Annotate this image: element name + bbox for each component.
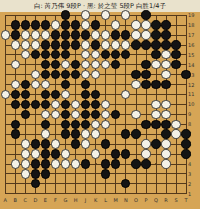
black-stone <box>41 90 50 99</box>
black-stone <box>81 120 90 129</box>
black-stone <box>111 50 120 59</box>
white-stone <box>31 70 40 79</box>
black-stone <box>111 149 120 158</box>
col-label: E <box>41 197 49 203</box>
go-game-viewer: 白: 芮乃伟 9段P · 黑: 於之莹 5段P 白胜1/4子 19A18B17C… <box>0 0 200 209</box>
black-stone <box>71 129 80 138</box>
black-stone <box>171 60 180 69</box>
white-stone <box>131 110 140 119</box>
black-stone <box>61 40 70 49</box>
black-stone <box>41 169 50 178</box>
black-stone <box>41 20 50 29</box>
black-stone <box>171 40 180 49</box>
black-stone <box>111 60 120 69</box>
black-stone <box>71 40 80 49</box>
black-stone <box>11 90 20 99</box>
row-label: 16 <box>188 42 200 48</box>
white-stone <box>41 110 50 119</box>
black-stone <box>161 20 170 29</box>
col-label: L <box>102 197 110 203</box>
white-stone <box>11 159 20 168</box>
black-stone <box>31 100 40 109</box>
black-stone <box>121 179 130 188</box>
white-stone <box>51 100 60 109</box>
black-stone <box>71 60 80 69</box>
white-stone <box>31 149 40 158</box>
star-point <box>95 163 97 165</box>
black-stone <box>71 139 80 148</box>
white-stone <box>101 100 110 109</box>
black-stone <box>121 129 130 138</box>
black-stone <box>21 90 30 99</box>
col-label: K <box>92 197 100 203</box>
white-stone <box>171 129 180 138</box>
black-stone <box>121 50 130 59</box>
white-stone <box>101 40 110 49</box>
black-stone <box>111 110 120 119</box>
white-stone <box>81 129 90 138</box>
black-stone <box>61 30 70 39</box>
white-stone <box>141 149 150 158</box>
black-stone <box>31 169 40 178</box>
black-stone <box>41 40 50 49</box>
black-stone <box>11 129 20 138</box>
row-label: 9 <box>188 111 200 117</box>
black-stone <box>61 10 70 19</box>
col-label: A <box>1 197 9 203</box>
white-stone <box>111 40 120 49</box>
black-stone <box>11 20 20 29</box>
black-stone <box>101 139 110 148</box>
black-stone <box>31 159 40 168</box>
white-stone <box>51 20 60 29</box>
white-stone <box>141 30 150 39</box>
black-stone <box>71 20 80 29</box>
black-stone <box>141 10 150 19</box>
black-stone <box>91 40 100 49</box>
black-stone <box>41 120 50 129</box>
black-stone <box>141 70 150 79</box>
black-stone <box>91 110 100 119</box>
black-stone <box>161 120 170 129</box>
black-stone <box>131 70 140 79</box>
black-stone <box>91 100 100 109</box>
black-stone <box>161 80 170 89</box>
black-stone <box>41 149 50 158</box>
black-stone <box>121 149 130 158</box>
col-label: M <box>112 197 120 203</box>
row-label: 11 <box>188 91 200 97</box>
black-stone <box>141 60 150 69</box>
black-stone <box>41 50 50 59</box>
black-stone <box>31 20 40 29</box>
black-stone <box>21 80 30 89</box>
white-stone <box>41 129 50 138</box>
black-stone <box>61 80 70 89</box>
row-label: 14 <box>188 62 200 68</box>
col-label: R <box>162 197 170 203</box>
game-info-header: 白: 芮乃伟 9段P · 黑: 於之莹 5段P 白胜1/4子 <box>0 0 200 12</box>
white-stone <box>161 139 170 148</box>
white-stone <box>91 70 100 79</box>
row-label: 19 <box>188 12 200 18</box>
black-stone <box>21 100 30 109</box>
white-stone <box>141 20 150 29</box>
black-stone <box>21 110 30 119</box>
black-stone <box>91 90 100 99</box>
col-label: C <box>21 197 29 203</box>
grid-line <box>5 193 186 194</box>
black-stone <box>151 139 160 148</box>
col-label: H <box>72 197 80 203</box>
white-stone <box>81 70 90 79</box>
white-stone <box>31 40 40 49</box>
white-stone <box>91 149 100 158</box>
black-stone <box>11 100 20 109</box>
white-stone <box>91 129 100 138</box>
black-stone <box>181 149 190 158</box>
black-stone <box>181 129 190 138</box>
black-stone <box>41 159 50 168</box>
white-stone <box>101 10 110 19</box>
white-stone <box>161 110 170 119</box>
white-stone <box>161 149 170 158</box>
row-label: 17 <box>188 32 200 38</box>
white-stone <box>21 40 30 49</box>
white-stone <box>81 50 90 59</box>
black-stone <box>161 129 170 138</box>
black-stone <box>41 60 50 69</box>
row-label: 3 <box>188 171 200 177</box>
black-stone <box>61 50 70 59</box>
white-stone <box>161 159 170 168</box>
white-stone <box>1 90 10 99</box>
black-stone <box>11 30 20 39</box>
white-stone <box>61 60 70 69</box>
white-stone <box>51 110 60 119</box>
white-stone <box>131 30 140 39</box>
white-stone <box>121 10 130 19</box>
white-stone <box>91 30 100 39</box>
white-stone <box>171 120 180 129</box>
col-label: B <box>11 197 19 203</box>
black-stone <box>151 80 160 89</box>
white-stone <box>11 60 20 69</box>
black-stone <box>151 20 160 29</box>
black-stone <box>61 100 70 109</box>
white-stone <box>71 110 80 119</box>
black-stone <box>71 120 80 129</box>
black-stone <box>41 139 50 148</box>
black-stone <box>151 50 160 59</box>
white-stone <box>61 159 70 168</box>
white-stone <box>21 169 30 178</box>
white-stone <box>91 50 100 59</box>
black-stone <box>61 120 70 129</box>
black-stone <box>161 30 170 39</box>
col-label: P <box>142 197 150 203</box>
black-stone <box>81 110 90 119</box>
black-stone <box>51 40 60 49</box>
white-stone <box>71 100 80 109</box>
black-stone <box>131 129 140 138</box>
white-stone <box>91 60 100 69</box>
black-stone <box>91 20 100 29</box>
white-stone <box>41 80 50 89</box>
col-label: J <box>82 197 90 203</box>
white-stone <box>161 50 170 59</box>
black-stone <box>41 70 50 79</box>
white-stone <box>91 120 100 129</box>
row-label: 12 <box>188 82 200 88</box>
black-stone <box>81 30 90 39</box>
col-label: S <box>172 197 180 203</box>
black-stone <box>151 30 160 39</box>
black-stone <box>111 30 120 39</box>
white-stone <box>21 50 30 59</box>
row-label: 2 <box>188 181 200 187</box>
black-stone <box>101 169 110 178</box>
black-stone <box>51 70 60 79</box>
black-stone <box>71 70 80 79</box>
white-stone <box>11 80 20 89</box>
white-stone <box>121 40 130 49</box>
black-stone <box>81 90 90 99</box>
white-stone <box>1 30 10 39</box>
black-stone <box>81 159 90 168</box>
white-stone <box>131 80 140 89</box>
black-stone <box>21 20 30 29</box>
col-label: O <box>132 197 140 203</box>
black-stone <box>31 50 40 59</box>
white-stone <box>151 110 160 119</box>
white-stone <box>21 159 30 168</box>
black-stone <box>61 20 70 29</box>
col-label: D <box>31 197 39 203</box>
black-stone <box>181 139 190 148</box>
black-stone <box>131 159 140 168</box>
black-stone <box>61 110 70 119</box>
white-stone <box>21 149 30 158</box>
white-stone <box>161 70 170 79</box>
col-label: T <box>182 197 190 203</box>
grid-line <box>186 15 187 194</box>
white-stone <box>161 100 170 109</box>
white-stone <box>31 80 40 89</box>
white-stone <box>11 40 20 49</box>
white-stone <box>51 159 60 168</box>
white-stone <box>31 30 40 39</box>
black-stone <box>141 159 150 168</box>
black-stone <box>181 70 190 79</box>
col-label: N <box>122 197 130 203</box>
white-stone <box>151 100 160 109</box>
row-label: 10 <box>188 101 200 107</box>
black-stone <box>111 159 120 168</box>
black-stone <box>61 129 70 138</box>
black-stone <box>51 60 60 69</box>
white-stone <box>161 60 170 69</box>
black-stone <box>151 40 160 49</box>
black-stone <box>171 50 180 59</box>
white-stone <box>81 139 90 148</box>
black-stone <box>131 40 140 49</box>
black-stone <box>151 120 160 129</box>
black-stone <box>101 50 110 59</box>
black-stone <box>41 100 50 109</box>
black-stone <box>81 100 90 109</box>
black-stone <box>61 70 70 79</box>
black-stone <box>101 159 110 168</box>
col-label: Q <box>152 197 160 203</box>
white-stone <box>61 149 70 158</box>
white-stone <box>71 159 80 168</box>
white-stone <box>101 110 110 119</box>
black-stone <box>51 149 60 158</box>
white-stone <box>81 20 90 29</box>
black-stone <box>81 80 90 89</box>
black-stone <box>11 120 20 129</box>
white-stone <box>131 20 140 29</box>
white-stone <box>51 139 60 148</box>
black-stone <box>51 50 60 59</box>
black-stone <box>141 40 150 49</box>
row-label: 18 <box>188 22 200 28</box>
row-label: 15 <box>188 52 200 58</box>
row-label: 8 <box>188 121 200 127</box>
white-stone <box>81 10 90 19</box>
black-stone <box>51 90 60 99</box>
black-stone <box>161 40 170 49</box>
black-stone <box>51 30 60 39</box>
white-stone <box>121 90 130 99</box>
white-stone <box>41 30 50 39</box>
white-stone <box>151 60 160 69</box>
white-stone <box>21 139 30 148</box>
black-stone <box>141 80 150 89</box>
white-stone <box>101 30 110 39</box>
white-stone <box>101 60 110 69</box>
col-label: F <box>51 197 59 203</box>
star-point <box>155 163 157 165</box>
row-label: 4 <box>188 161 200 167</box>
white-stone <box>81 60 90 69</box>
black-stone <box>141 120 150 129</box>
white-stone <box>21 30 30 39</box>
white-stone <box>111 20 120 29</box>
white-stone <box>101 120 110 129</box>
black-stone <box>71 30 80 39</box>
white-stone <box>81 40 90 49</box>
black-stone <box>31 179 40 188</box>
black-stone <box>31 139 40 148</box>
white-stone <box>61 90 70 99</box>
white-stone <box>141 139 150 148</box>
col-label: G <box>62 197 70 203</box>
go-board: 19A18B17C16D15E14F13G12H11J10K9L8M7N6O5P… <box>0 12 200 209</box>
black-stone <box>121 30 130 39</box>
